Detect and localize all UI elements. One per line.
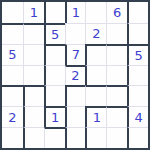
cell-r5c5-empty[interactable] <box>85 85 106 106</box>
cell-r5c6-empty[interactable] <box>106 85 127 106</box>
cell-r1c3-empty[interactable] <box>44 2 65 23</box>
cell-r3c7-given: 5 <box>127 44 148 65</box>
cell-r4c7-empty[interactable] <box>127 65 148 86</box>
cell-r6c6-empty[interactable] <box>106 106 127 127</box>
cell-r6c3-given: 1 <box>44 106 65 127</box>
cell-r4c2-empty[interactable] <box>23 65 44 86</box>
cell-r7c3-empty[interactable] <box>44 127 65 148</box>
cell-r2c1-empty[interactable] <box>2 23 23 44</box>
cell-r6c2-empty[interactable] <box>23 106 44 127</box>
cell-r2c3-given: 5 <box>44 23 65 44</box>
cell-r7c5-empty[interactable] <box>85 127 106 148</box>
cell-r7c7-empty[interactable] <box>127 127 148 148</box>
cell-r3c6-empty[interactable] <box>106 44 127 65</box>
cell-r7c1-empty[interactable] <box>2 127 23 148</box>
cell-r3c4-given: 7 <box>65 44 86 65</box>
cell-r2c7-empty[interactable] <box>127 23 148 44</box>
puzzle-board: 1165257522114 <box>0 0 150 150</box>
cell-r1c6-given: 6 <box>106 2 127 23</box>
cell-r1c5-empty[interactable] <box>85 2 106 23</box>
cell-r5c4-empty[interactable] <box>65 85 86 106</box>
cell-r6c1-given: 2 <box>2 106 23 127</box>
cell-r6c4-empty[interactable] <box>65 106 86 127</box>
cell-r6c7-given: 4 <box>127 106 148 127</box>
cell-r1c7-empty[interactable] <box>127 2 148 23</box>
cell-r2c5-given: 2 <box>85 23 106 44</box>
cell-r2c6-empty[interactable] <box>106 23 127 44</box>
cell-r2c4-empty[interactable] <box>65 23 86 44</box>
cell-r1c1-empty[interactable] <box>2 2 23 23</box>
cell-r5c7-empty[interactable] <box>127 85 148 106</box>
cell-r1c4-given: 1 <box>65 2 86 23</box>
cell-r3c5-empty[interactable] <box>85 44 106 65</box>
cell-r7c4-empty[interactable] <box>65 127 86 148</box>
cell-r4c4-given: 2 <box>65 65 86 86</box>
cell-r2c2-empty[interactable] <box>23 23 44 44</box>
cell-r5c3-empty[interactable] <box>44 85 65 106</box>
cell-r3c1-given: 5 <box>2 44 23 65</box>
cell-r4c6-empty[interactable] <box>106 65 127 86</box>
cell-r3c2-empty[interactable] <box>23 44 44 65</box>
cell-r1c2-given: 1 <box>23 2 44 23</box>
cell-r4c1-empty[interactable] <box>2 65 23 86</box>
cell-r3c3-empty[interactable] <box>44 44 65 65</box>
cell-r6c5-given: 1 <box>85 106 106 127</box>
cell-r7c2-empty[interactable] <box>23 127 44 148</box>
cell-r5c2-empty[interactable] <box>23 85 44 106</box>
cell-r4c5-empty[interactable] <box>85 65 106 86</box>
cell-r7c6-empty[interactable] <box>106 127 127 148</box>
cell-r4c3-empty[interactable] <box>44 65 65 86</box>
cell-r5c1-empty[interactable] <box>2 85 23 106</box>
